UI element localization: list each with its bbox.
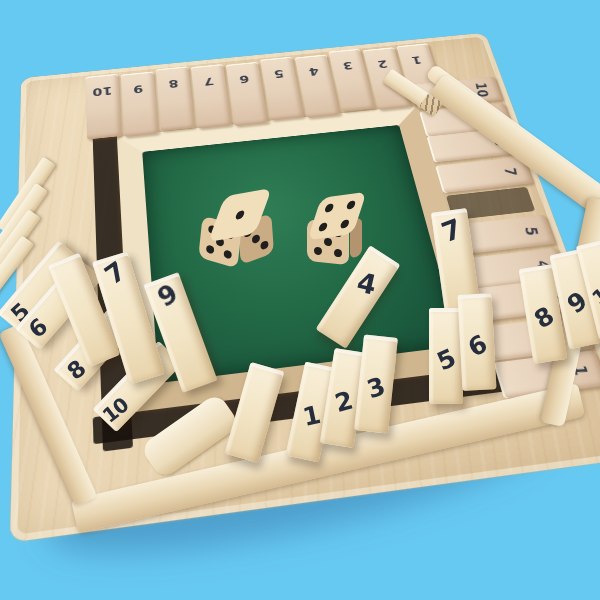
tile-number: 2	[365, 57, 400, 72]
die-pip	[206, 244, 215, 254]
tile-number: 2	[332, 386, 355, 418]
tile-number: 4	[354, 266, 379, 300]
die-pip	[260, 240, 268, 251]
die-pip	[324, 238, 332, 247]
tile-number: 7	[437, 213, 465, 249]
tile-number: 9	[151, 277, 182, 312]
tile-number: 5	[520, 219, 544, 243]
tile-top-10: 10	[85, 74, 121, 140]
shut-the-box-photo: 10987654321 1098754321 56810794712356891…	[0, 0, 600, 600]
tile-number: 4	[297, 64, 332, 79]
tile-number: 1	[399, 53, 434, 68]
tile-bottom-6: 6	[458, 293, 497, 391]
tile-top-8: 8	[156, 66, 195, 131]
tile-number: 1	[300, 400, 322, 432]
die-pip	[314, 246, 322, 255]
tile-number: 6	[227, 72, 261, 87]
tile-number: 6	[22, 313, 50, 342]
die-pip	[324, 203, 335, 213]
tile-number: 7	[192, 74, 226, 89]
tile-number: 5	[262, 66, 296, 81]
die-pip	[224, 249, 233, 259]
die-pip	[339, 219, 350, 229]
tile-bottom-5: 5	[429, 308, 463, 404]
tile-number: 9	[121, 81, 155, 96]
tile-number: 6	[463, 329, 491, 362]
die-pip	[318, 222, 329, 232]
tile-number: 7	[499, 161, 522, 183]
tile-number: 7	[98, 256, 130, 291]
tile-number: 10	[86, 84, 120, 99]
tile-top-9: 9	[121, 71, 159, 137]
tile-number: 3	[331, 58, 366, 73]
tile-number: 8	[529, 301, 559, 334]
die-1	[200, 194, 280, 264]
die-pip	[252, 234, 260, 245]
die-pip	[334, 248, 342, 257]
tile-number: 8	[157, 76, 191, 91]
tile-number: 5	[433, 343, 460, 376]
tile-number: 3	[363, 372, 388, 405]
die-pip	[345, 200, 356, 210]
die-pip	[234, 210, 245, 220]
